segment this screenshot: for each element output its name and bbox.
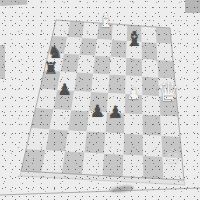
piece-black-bishop-f7[interactable]: ♝ [125, 28, 144, 49]
piece-black-rook-a5[interactable]: ♜ [44, 62, 59, 79]
piece-black-pawn-e3[interactable]: ♟ [108, 104, 123, 121]
piece-white-king-h1[interactable]: ♚ [163, 146, 181, 167]
piece-white-queen-h4[interactable]: ♛ [157, 80, 180, 106]
chessboard-photo: ♝♝♞♜♛♟♟♟♟♚ [0, 0, 200, 200]
piece-white-bishop-d8[interactable]: ♝ [97, 11, 114, 30]
pieces-layer: ♝♝♞♜♛♟♟♟♟♚ [0, 0, 200, 200]
scan-artifact-top-right-band [185, 0, 200, 13]
piece-black-pawn-b4[interactable]: ♟ [57, 82, 71, 98]
scan-artifact-left-band [0, 45, 5, 79]
piece-black-knight-a6[interactable]: ♞ [47, 43, 62, 60]
piece-white-pawn-f4[interactable]: ♟ [127, 86, 141, 102]
piece-black-pawn-d3[interactable]: ♟ [90, 103, 105, 120]
